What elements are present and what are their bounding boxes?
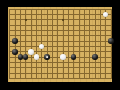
white-stone	[28, 49, 33, 54]
last-move-marker	[46, 56, 48, 58]
white-stone	[34, 54, 39, 59]
grid-line-horizontal	[9, 46, 111, 47]
black-stone	[44, 54, 49, 59]
white-stone	[103, 12, 108, 17]
black-stone	[71, 54, 76, 59]
black-stone	[23, 54, 28, 59]
grid-line-horizontal	[9, 78, 111, 79]
black-stone	[92, 54, 97, 59]
grid-line-horizontal	[9, 41, 111, 42]
grid-line-horizontal	[9, 35, 111, 36]
star-point	[62, 19, 64, 21]
grid-line-horizontal	[9, 62, 111, 63]
black-stone	[108, 38, 113, 43]
grid-line-horizontal	[9, 9, 111, 10]
grid-line-horizontal	[9, 30, 111, 31]
black-stone	[12, 38, 17, 43]
grid-line-horizontal	[9, 25, 111, 26]
grid-line-horizontal	[9, 14, 111, 15]
go-board[interactable]	[8, 7, 113, 82]
white-stone	[60, 54, 65, 59]
grid-line-horizontal	[9, 67, 111, 68]
grid-line-horizontal	[9, 51, 111, 52]
white-stone	[39, 44, 44, 49]
star-point	[25, 19, 27, 21]
letterbox-frame	[0, 0, 120, 90]
grid-line-horizontal	[9, 73, 111, 74]
black-stone	[12, 49, 17, 54]
